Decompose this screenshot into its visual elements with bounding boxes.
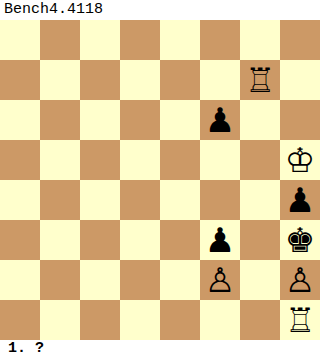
square-g7[interactable]: ♖ xyxy=(240,60,280,100)
square-f3[interactable]: ♟ xyxy=(200,220,240,260)
square-c2[interactable] xyxy=(80,260,120,300)
square-a4[interactable] xyxy=(0,180,40,220)
black-pawn-f3: ♟ xyxy=(205,220,235,260)
square-b4[interactable] xyxy=(40,180,80,220)
square-d6[interactable] xyxy=(120,100,160,140)
white-rook-h1: ♖ xyxy=(285,300,315,340)
black-pawn-h4: ♟ xyxy=(285,180,315,220)
square-d4[interactable] xyxy=(120,180,160,220)
square-h4[interactable]: ♟ xyxy=(280,180,320,220)
square-f8[interactable] xyxy=(200,20,240,60)
square-b7[interactable] xyxy=(40,60,80,100)
square-d1[interactable] xyxy=(120,300,160,340)
square-e4[interactable] xyxy=(160,180,200,220)
white-rook-g7: ♖ xyxy=(245,60,275,100)
black-king-h3: ♚ xyxy=(285,220,315,260)
square-h3[interactable]: ♚ xyxy=(280,220,320,260)
move-prompt: 1. ? xyxy=(0,340,320,360)
square-a8[interactable] xyxy=(0,20,40,60)
chess-board: ♖♟♔♟♟♚♙♙♖ xyxy=(0,20,320,340)
square-d5[interactable] xyxy=(120,140,160,180)
square-h6[interactable] xyxy=(280,100,320,140)
square-g6[interactable] xyxy=(240,100,280,140)
square-b6[interactable] xyxy=(40,100,80,140)
square-c7[interactable] xyxy=(80,60,120,100)
square-d7[interactable] xyxy=(120,60,160,100)
square-a6[interactable] xyxy=(0,100,40,140)
square-h8[interactable] xyxy=(280,20,320,60)
square-f5[interactable] xyxy=(200,140,240,180)
square-f7[interactable] xyxy=(200,60,240,100)
square-b8[interactable] xyxy=(40,20,80,60)
square-f6[interactable]: ♟ xyxy=(200,100,240,140)
square-c4[interactable] xyxy=(80,180,120,220)
square-a7[interactable] xyxy=(0,60,40,100)
square-g4[interactable] xyxy=(240,180,280,220)
square-b1[interactable] xyxy=(40,300,80,340)
square-c1[interactable] xyxy=(80,300,120,340)
page-title: Bench4.4118 xyxy=(0,0,320,20)
square-h1[interactable]: ♖ xyxy=(280,300,320,340)
square-g3[interactable] xyxy=(240,220,280,260)
square-g1[interactable] xyxy=(240,300,280,340)
square-c5[interactable] xyxy=(80,140,120,180)
square-e5[interactable] xyxy=(160,140,200,180)
square-e1[interactable] xyxy=(160,300,200,340)
square-g8[interactable] xyxy=(240,20,280,60)
square-h7[interactable] xyxy=(280,60,320,100)
white-king-h5: ♔ xyxy=(285,140,315,180)
square-e6[interactable] xyxy=(160,100,200,140)
square-e3[interactable] xyxy=(160,220,200,260)
square-c8[interactable] xyxy=(80,20,120,60)
square-a1[interactable] xyxy=(0,300,40,340)
square-f4[interactable] xyxy=(200,180,240,220)
square-f1[interactable] xyxy=(200,300,240,340)
square-d3[interactable] xyxy=(120,220,160,260)
white-pawn-f2: ♙ xyxy=(205,260,235,300)
square-a5[interactable] xyxy=(0,140,40,180)
square-g2[interactable] xyxy=(240,260,280,300)
square-d2[interactable] xyxy=(120,260,160,300)
square-e7[interactable] xyxy=(160,60,200,100)
black-pawn-f6: ♟ xyxy=(205,100,235,140)
square-f2[interactable]: ♙ xyxy=(200,260,240,300)
square-a3[interactable] xyxy=(0,220,40,260)
square-b2[interactable] xyxy=(40,260,80,300)
square-e8[interactable] xyxy=(160,20,200,60)
square-a2[interactable] xyxy=(0,260,40,300)
square-c3[interactable] xyxy=(80,220,120,260)
square-d8[interactable] xyxy=(120,20,160,60)
square-b3[interactable] xyxy=(40,220,80,260)
square-e2[interactable] xyxy=(160,260,200,300)
square-h5[interactable]: ♔ xyxy=(280,140,320,180)
square-b5[interactable] xyxy=(40,140,80,180)
square-h2[interactable]: ♙ xyxy=(280,260,320,300)
square-g5[interactable] xyxy=(240,140,280,180)
white-pawn-h2: ♙ xyxy=(285,260,315,300)
square-c6[interactable] xyxy=(80,100,120,140)
